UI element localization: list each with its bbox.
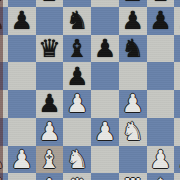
square-d5[interactable]: ♟ bbox=[63, 62, 91, 90]
square-g4[interactable] bbox=[147, 90, 175, 118]
square-a4[interactable] bbox=[0, 90, 8, 118]
piece-white-bishop-c2[interactable]: ♝ bbox=[36, 146, 64, 174]
square-b5[interactable] bbox=[8, 62, 36, 90]
square-c6[interactable]: ♛ bbox=[36, 35, 64, 63]
piece-white-pawn-f4[interactable]: ♟ bbox=[119, 90, 147, 118]
piece-black-pawn-a7[interactable]: ♟ bbox=[0, 7, 8, 35]
square-c7[interactable] bbox=[36, 7, 64, 35]
piece-white-pawn-b2[interactable]: ♟ bbox=[8, 146, 36, 174]
square-e1[interactable] bbox=[91, 173, 119, 180]
piece-white-pawn-d4[interactable]: ♟ bbox=[63, 90, 91, 118]
square-e4[interactable] bbox=[91, 90, 119, 118]
square-f6[interactable]: ♞ bbox=[119, 35, 147, 63]
piece-white-queen-d1[interactable]: ♛ bbox=[63, 173, 91, 180]
square-c1[interactable]: ♝ bbox=[36, 173, 64, 180]
square-f1[interactable]: ♜ bbox=[119, 173, 147, 180]
piece-white-pawn-h2[interactable]: ♟ bbox=[174, 146, 180, 174]
square-b7[interactable]: ♟ bbox=[8, 7, 36, 35]
square-b2[interactable]: ♟ bbox=[8, 146, 36, 174]
piece-black-pawn-d5[interactable]: ♟ bbox=[63, 62, 91, 90]
square-f4[interactable]: ♟ bbox=[119, 90, 147, 118]
square-a3[interactable] bbox=[0, 118, 8, 146]
square-g3[interactable] bbox=[147, 118, 175, 146]
square-e3[interactable]: ♟ bbox=[91, 118, 119, 146]
square-h2[interactable]: ♟ bbox=[174, 146, 180, 174]
piece-black-pawn-g7[interactable]: ♟ bbox=[147, 7, 175, 35]
square-g5[interactable] bbox=[147, 62, 175, 90]
piece-white-pawn-g2[interactable]: ♟ bbox=[147, 146, 175, 174]
square-d6[interactable]: ♝ bbox=[63, 35, 91, 63]
square-e7[interactable] bbox=[91, 7, 119, 35]
square-d3[interactable] bbox=[63, 118, 91, 146]
square-f7[interactable]: ♟ bbox=[119, 7, 147, 35]
piece-black-knight-d7[interactable]: ♞ bbox=[63, 7, 91, 35]
chess-board: ♜♝♜♚♟♟♞♟♟♟♛♝♟♞♟♟♟♟♟♟♞♟♟♝♞♟♟♜♝♛♜♚ bbox=[0, 0, 180, 180]
square-f2[interactable] bbox=[119, 146, 147, 174]
piece-black-knight-f6[interactable]: ♞ bbox=[119, 35, 147, 63]
piece-black-pawn-h7[interactable]: ♟ bbox=[174, 7, 180, 35]
square-e2[interactable] bbox=[91, 146, 119, 174]
square-c4[interactable]: ♟ bbox=[36, 90, 64, 118]
square-a1[interactable]: ♜ bbox=[0, 173, 8, 180]
square-d1[interactable]: ♛ bbox=[63, 173, 91, 180]
square-b3[interactable] bbox=[8, 118, 36, 146]
square-c3[interactable]: ♟ bbox=[36, 118, 64, 146]
square-f3[interactable]: ♞ bbox=[119, 118, 147, 146]
piece-white-knight-d2[interactable]: ♞ bbox=[63, 146, 91, 174]
chessboard-screenshot: ♜♝♜♚♟♟♞♟♟♟♛♝♟♞♟♟♟♟♟♟♞♟♟♝♞♟♟♜♝♛♜♚ bbox=[0, 0, 180, 180]
piece-black-queen-c6[interactable]: ♛ bbox=[36, 35, 64, 63]
piece-black-bishop-d6[interactable]: ♝ bbox=[63, 35, 91, 63]
square-d4[interactable]: ♟ bbox=[63, 90, 91, 118]
piece-white-rook-a1[interactable]: ♜ bbox=[0, 173, 8, 180]
square-g7[interactable]: ♟ bbox=[147, 7, 175, 35]
piece-white-knight-f3[interactable]: ♞ bbox=[119, 118, 147, 146]
piece-black-pawn-b7[interactable]: ♟ bbox=[8, 7, 36, 35]
piece-white-pawn-a2[interactable]: ♟ bbox=[0, 146, 8, 174]
piece-black-pawn-e6[interactable]: ♟ bbox=[91, 35, 119, 63]
square-c8[interactable]: ♝ bbox=[36, 0, 64, 7]
piece-black-pawn-f7[interactable]: ♟ bbox=[119, 7, 147, 35]
piece-white-bishop-c1[interactable]: ♝ bbox=[36, 173, 64, 180]
square-h7[interactable]: ♟ bbox=[174, 7, 180, 35]
square-h5[interactable] bbox=[174, 62, 180, 90]
square-g6[interactable] bbox=[147, 35, 175, 63]
square-e6[interactable]: ♟ bbox=[91, 35, 119, 63]
square-b1[interactable] bbox=[8, 173, 36, 180]
piece-black-pawn-c4[interactable]: ♟ bbox=[36, 90, 64, 118]
square-c2[interactable]: ♝ bbox=[36, 146, 64, 174]
square-h1[interactable] bbox=[174, 173, 180, 180]
square-a2[interactable]: ♟ bbox=[0, 146, 8, 174]
square-a6[interactable] bbox=[0, 35, 8, 63]
piece-black-bishop-c8[interactable]: ♝ bbox=[36, 0, 64, 7]
square-h3[interactable] bbox=[174, 118, 180, 146]
square-c5[interactable] bbox=[36, 62, 64, 90]
square-g2[interactable]: ♟ bbox=[147, 146, 175, 174]
square-a5[interactable] bbox=[0, 62, 8, 90]
square-g1[interactable]: ♚ bbox=[147, 173, 175, 180]
square-e5[interactable] bbox=[91, 62, 119, 90]
square-a7[interactable]: ♟ bbox=[0, 7, 8, 35]
square-h6[interactable] bbox=[174, 35, 180, 63]
piece-white-pawn-e3[interactable]: ♟ bbox=[91, 118, 119, 146]
square-d7[interactable]: ♞ bbox=[63, 7, 91, 35]
piece-white-king-g1[interactable]: ♚ bbox=[147, 173, 175, 180]
square-f5[interactable] bbox=[119, 62, 147, 90]
square-b6[interactable] bbox=[8, 35, 36, 63]
piece-white-pawn-c3[interactable]: ♟ bbox=[36, 118, 64, 146]
piece-white-rook-f1[interactable]: ♜ bbox=[119, 173, 147, 180]
square-h4[interactable] bbox=[174, 90, 180, 118]
square-b4[interactable] bbox=[8, 90, 36, 118]
square-e8[interactable] bbox=[91, 0, 119, 7]
square-d2[interactable]: ♞ bbox=[63, 146, 91, 174]
